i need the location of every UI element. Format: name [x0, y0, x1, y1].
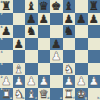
white-pawn-icon[interactable]: ♟	[89, 75, 99, 88]
white-queen-icon[interactable]: ♛	[39, 87, 49, 100]
black-pawn-icon[interactable]: ♟	[89, 12, 99, 25]
black-pawn-icon[interactable]: ♟	[14, 37, 24, 50]
chess-board: 8♜♝♛♚♝♜7♟♟♟♟♟6♟♞♞5♟♟4♟3♝♞2♟♟♟♟♟♟♟1a♜b♞c♝…	[0, 0, 100, 100]
square-f6[interactable]: ♞	[63, 25, 76, 38]
square-d1[interactable]: d♛	[38, 88, 51, 101]
white-rook-icon[interactable]: ♜	[1, 87, 11, 100]
square-b5[interactable]: ♟	[13, 38, 26, 51]
square-e8[interactable]: ♚	[50, 0, 63, 13]
white-knight-icon[interactable]: ♞	[14, 87, 24, 100]
square-g4[interactable]	[75, 50, 88, 63]
square-d4[interactable]	[38, 50, 51, 63]
square-b7[interactable]	[13, 13, 26, 26]
square-e7[interactable]	[50, 13, 63, 26]
file-label-h: h	[97, 97, 99, 100]
square-a1[interactable]: 1a♜	[0, 88, 13, 101]
black-rook-icon[interactable]: ♜	[1, 0, 11, 12]
square-f5[interactable]	[63, 38, 76, 51]
square-e3[interactable]	[50, 63, 63, 76]
square-f1[interactable]: f♜	[63, 88, 76, 101]
square-g7[interactable]: ♟	[75, 13, 88, 26]
black-knight-icon[interactable]: ♞	[26, 25, 36, 38]
square-a4[interactable]: 4	[0, 50, 13, 63]
square-c5[interactable]	[25, 38, 38, 51]
square-c6[interactable]: ♞	[25, 25, 38, 38]
square-g6[interactable]	[75, 25, 88, 38]
square-b8[interactable]	[13, 0, 26, 13]
square-d7[interactable]: ♟	[38, 13, 51, 26]
black-king-icon[interactable]: ♚	[51, 0, 61, 12]
black-pawn-icon[interactable]: ♟	[76, 12, 86, 25]
square-e1[interactable]: e	[50, 88, 63, 101]
square-d6[interactable]	[38, 25, 51, 38]
white-rook-icon[interactable]: ♜	[64, 87, 74, 100]
square-a6[interactable]: 6♟	[0, 25, 13, 38]
square-g5[interactable]	[75, 38, 88, 51]
white-pawn-icon[interactable]: ♟	[51, 50, 61, 63]
square-e4[interactable]: ♟	[50, 50, 63, 63]
white-king-icon[interactable]: ♚	[76, 87, 86, 100]
square-e2[interactable]	[50, 75, 63, 88]
black-pawn-icon[interactable]: ♟	[39, 12, 49, 25]
rank-label-5: 5	[1, 38, 3, 41]
square-c4[interactable]	[25, 50, 38, 63]
square-a8[interactable]: 8♜	[0, 0, 13, 13]
square-h2[interactable]: ♟	[88, 75, 101, 88]
square-h4[interactable]	[88, 50, 101, 63]
rank-label-4: 4	[1, 51, 3, 54]
square-g1[interactable]: g♚	[75, 88, 88, 101]
white-bishop-icon[interactable]: ♝	[26, 87, 36, 100]
rank-label-3: 3	[1, 63, 3, 66]
square-d5[interactable]	[38, 38, 51, 51]
square-h6[interactable]	[88, 25, 101, 38]
black-knight-icon[interactable]: ♞	[64, 25, 74, 38]
square-h5[interactable]	[88, 38, 101, 51]
square-c1[interactable]: c♝	[25, 88, 38, 101]
rank-label-7: 7	[1, 13, 3, 16]
black-pawn-icon[interactable]: ♟	[1, 25, 11, 38]
square-h1[interactable]: h	[88, 88, 101, 101]
square-h7[interactable]: ♟	[88, 13, 101, 26]
square-b1[interactable]: b♞	[13, 88, 26, 101]
square-a5[interactable]: 5	[0, 38, 13, 51]
